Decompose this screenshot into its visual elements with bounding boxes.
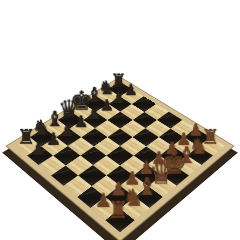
- piece-dark-pawn: ♟: [99, 98, 113, 112]
- piece-dark-pawn: ♟: [87, 106, 101, 121]
- scene: ♜♟♟♜♞♟♟♞♝♟♟♝♚♟♟♚♛♟♟♛♝♟♟♝♞♟♟♞♜♟♟♜: [0, 0, 240, 240]
- piece-dark-pawn: ♟: [73, 114, 88, 129]
- product-photo: ♜♟♟♜♞♟♟♞♝♟♟♝♚♟♟♚♛♟♟♛♝♟♟♝♞♟♟♞♜♟♟♜: [0, 0, 240, 240]
- chess-board: ♜♟♟♜♞♟♟♞♝♟♟♝♚♟♟♚♛♟♟♛♝♟♟♝♞♟♟♞♜♟♟♜: [5, 76, 234, 240]
- piece-dark-pawn: ♟: [46, 132, 61, 147]
- piece-dark-pawn: ♟: [124, 83, 138, 97]
- piece-dark-pawn: ♟: [31, 141, 47, 157]
- board-grid: ♜♟♟♜♞♟♟♞♝♟♟♝♚♟♟♚♛♟♟♛♝♟♟♝♞♟♟♞♜♟♟♜: [15, 82, 224, 233]
- piece-dark-pawn: ♟: [60, 123, 75, 138]
- piece-brown-rook: ♜: [108, 199, 130, 221]
- marble-vein: [51, 165, 79, 186]
- square-d1: [51, 165, 79, 186]
